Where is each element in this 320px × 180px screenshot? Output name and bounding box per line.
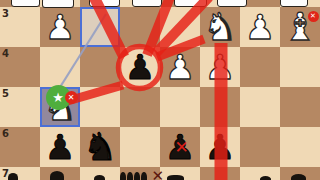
attack-annotation-layer bbox=[0, 0, 320, 180]
danger-circle-e4 bbox=[119, 47, 161, 89]
arrow-e4-upleft bbox=[94, 0, 124, 57]
arrow-g5-to-e4 bbox=[64, 85, 123, 102]
chess-board-screenshot: 34567 ♟♟♞♝♟♟♟♞♟♞♟♟ ★✕✕✕✕ bbox=[0, 0, 320, 180]
